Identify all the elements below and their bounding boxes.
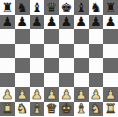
piece-white-pawn: ♟ [31,87,43,100]
piece-black-queen: ♛ [46,0,58,13]
square-e1[interactable]: ♚ [59,102,74,117]
square-a7[interactable]: ♟ [0,15,15,30]
piece-white-bishop: ♝ [75,102,87,115]
square-d4[interactable] [44,58,59,73]
square-g1[interactable]: ♞ [89,102,104,117]
piece-white-pawn: ♟ [61,87,73,100]
piece-black-pawn: ♟ [46,15,58,28]
square-b2[interactable]: ♟ [15,87,30,102]
piece-black-pawn: ♟ [90,15,102,28]
square-c5[interactable] [30,44,45,59]
square-c8[interactable]: ♝ [30,0,45,15]
piece-black-rook: ♜ [105,0,117,13]
square-c3[interactable] [30,73,45,88]
square-b5[interactable] [15,44,30,59]
square-e3[interactable] [59,73,74,88]
piece-black-bishop: ♝ [75,0,87,13]
square-b4[interactable] [15,58,30,73]
square-f3[interactable] [74,73,89,88]
square-c6[interactable] [30,29,45,44]
square-e6[interactable] [59,29,74,44]
square-d8[interactable]: ♛ [44,0,59,15]
piece-black-bishop: ♝ [31,0,43,13]
piece-white-pawn: ♟ [2,87,14,100]
piece-black-pawn: ♟ [75,15,87,28]
piece-black-king: ♚ [61,0,73,13]
square-g4[interactable] [89,58,104,73]
piece-black-pawn: ♟ [61,15,73,28]
square-b1[interactable]: ♞ [15,102,30,117]
square-c4[interactable] [30,58,45,73]
square-c7[interactable]: ♟ [30,15,45,30]
piece-white-queen: ♛ [46,102,58,115]
square-g5[interactable] [89,44,104,59]
square-f8[interactable]: ♝ [74,0,89,15]
piece-white-knight: ♞ [16,102,28,115]
square-g3[interactable] [89,73,104,88]
piece-white-rook: ♜ [105,102,117,115]
piece-white-pawn: ♟ [16,87,28,100]
square-h6[interactable] [103,29,118,44]
square-a1[interactable]: ♜ [0,102,15,117]
square-b8[interactable]: ♞ [15,0,30,15]
square-c2[interactable]: ♟ [30,87,45,102]
square-h7[interactable]: ♟ [103,15,118,30]
square-d3[interactable] [44,73,59,88]
square-a8[interactable]: ♜ [0,0,15,15]
square-d5[interactable] [44,44,59,59]
square-a3[interactable] [0,73,15,88]
square-h1[interactable]: ♜ [103,102,118,117]
square-e5[interactable] [59,44,74,59]
piece-white-pawn: ♟ [105,87,117,100]
square-b6[interactable] [15,29,30,44]
square-d1[interactable]: ♛ [44,102,59,117]
square-c1[interactable]: ♝ [30,102,45,117]
square-f5[interactable] [74,44,89,59]
square-f4[interactable] [74,58,89,73]
square-h4[interactable] [103,58,118,73]
piece-white-king: ♚ [61,102,73,115]
square-e2[interactable]: ♟ [59,87,74,102]
square-f7[interactable]: ♟ [74,15,89,30]
square-g6[interactable] [89,29,104,44]
square-a4[interactable] [0,58,15,73]
square-h2[interactable]: ♟ [103,87,118,102]
square-d6[interactable] [44,29,59,44]
square-h8[interactable]: ♜ [103,0,118,15]
square-d7[interactable]: ♟ [44,15,59,30]
piece-white-rook: ♜ [2,102,14,115]
piece-white-pawn: ♟ [46,87,58,100]
square-b7[interactable]: ♟ [15,15,30,30]
square-f2[interactable]: ♟ [74,87,89,102]
piece-black-knight: ♞ [90,0,102,13]
piece-black-pawn: ♟ [105,15,117,28]
square-g2[interactable]: ♟ [89,87,104,102]
square-f6[interactable] [74,29,89,44]
square-e7[interactable]: ♟ [59,15,74,30]
piece-white-pawn: ♟ [90,87,102,100]
square-d2[interactable]: ♟ [44,87,59,102]
square-h5[interactable] [103,44,118,59]
square-a5[interactable] [0,44,15,59]
piece-black-pawn: ♟ [2,15,14,28]
piece-white-pawn: ♟ [75,87,87,100]
piece-black-rook: ♜ [2,0,14,13]
square-h3[interactable] [103,73,118,88]
square-a2[interactable]: ♟ [0,87,15,102]
square-e8[interactable]: ♚ [59,0,74,15]
piece-black-pawn: ♟ [31,15,43,28]
square-a6[interactable] [0,29,15,44]
chess-board: ♜♞♝♛♚♝♞♜♟♟♟♟♟♟♟♟♟♟♟♟♟♟♟♟♜♞♝♛♚♝♞♜ [0,0,118,116]
piece-black-knight: ♞ [16,0,28,13]
square-g7[interactable]: ♟ [89,15,104,30]
piece-white-knight: ♞ [90,102,102,115]
piece-black-pawn: ♟ [16,15,28,28]
square-f1[interactable]: ♝ [74,102,89,117]
square-e4[interactable] [59,58,74,73]
square-b3[interactable] [15,73,30,88]
square-g8[interactable]: ♞ [89,0,104,15]
piece-white-bishop: ♝ [31,102,43,115]
